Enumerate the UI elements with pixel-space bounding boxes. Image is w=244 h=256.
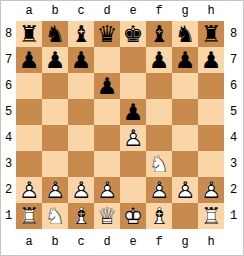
rank-label-left-7: 7 xyxy=(1,47,16,73)
rank-label-left-3: 3 xyxy=(1,151,16,177)
piece-glyph: ♟ xyxy=(94,73,120,99)
square-b5[interactable] xyxy=(42,99,68,125)
corner-bottom-left xyxy=(1,229,16,255)
square-b8[interactable]: ♞ xyxy=(42,21,68,47)
file-label-bottom-c: c xyxy=(68,229,94,255)
square-c1[interactable]: ♝♗ xyxy=(68,203,94,229)
square-h5[interactable] xyxy=(198,99,224,125)
file-label-bottom-a: a xyxy=(16,229,42,255)
square-g1[interactable] xyxy=(172,203,198,229)
white-pawn: ♟♙ xyxy=(172,177,198,203)
square-g6[interactable] xyxy=(172,73,198,99)
rank-label-right-8: 8 xyxy=(224,21,243,47)
black-knight: ♞ xyxy=(172,21,198,47)
square-h2[interactable]: ♟♙ xyxy=(198,177,224,203)
square-d4[interactable] xyxy=(94,125,120,151)
square-c8[interactable]: ♝ xyxy=(68,21,94,47)
black-pawn: ♟ xyxy=(198,47,224,73)
square-g5[interactable] xyxy=(172,99,198,125)
piece-glyph: ♝ xyxy=(68,21,94,47)
rank-label-right-3: 3 xyxy=(224,151,243,177)
file-label-top-h: h xyxy=(198,1,224,21)
file-label-top-a: a xyxy=(16,1,42,21)
file-label-bottom-e: e xyxy=(120,229,146,255)
piece-outline-glyph: ♙ xyxy=(198,177,224,203)
square-f5[interactable] xyxy=(146,99,172,125)
square-h1[interactable]: ♜♖ xyxy=(198,203,224,229)
square-a5[interactable] xyxy=(16,99,42,125)
corner-top-right xyxy=(224,1,243,21)
piece-outline-glyph: ♗ xyxy=(146,203,172,229)
file-label-top-d: d xyxy=(94,1,120,21)
piece-outline-glyph: ♘ xyxy=(146,151,172,177)
square-g8[interactable]: ♞ xyxy=(172,21,198,47)
rank-label-right-7: 7 xyxy=(224,47,243,73)
square-e5[interactable]: ♟ xyxy=(120,99,146,125)
piece-outline-glyph: ♗ xyxy=(68,203,94,229)
chessboard-diagram: abcdefgh8♜♞♝♛♚♝♞♜87♟♟♟♟♟♟76♟65♟54♟♙43♞♘3… xyxy=(0,0,244,256)
piece-glyph: ♚ xyxy=(120,21,146,47)
black-pawn: ♟ xyxy=(16,47,42,73)
square-b6[interactable] xyxy=(42,73,68,99)
piece-glyph: ♟ xyxy=(120,99,146,125)
black-pawn: ♟ xyxy=(94,73,120,99)
square-c7[interactable]: ♟ xyxy=(68,47,94,73)
rank-label-left-5: 5 xyxy=(1,99,16,125)
file-label-bottom-f: f xyxy=(146,229,172,255)
square-b4[interactable] xyxy=(42,125,68,151)
white-rook: ♜♖ xyxy=(16,203,42,229)
square-g3[interactable] xyxy=(172,151,198,177)
square-c4[interactable] xyxy=(68,125,94,151)
piece-glyph: ♟ xyxy=(68,47,94,73)
piece-glyph: ♜ xyxy=(198,21,224,47)
rank-label-right-1: 1 xyxy=(224,203,243,229)
rank-label-left-2: 2 xyxy=(1,177,16,203)
file-label-top-f: f xyxy=(146,1,172,21)
file-label-top-e: e xyxy=(120,1,146,21)
square-e7[interactable] xyxy=(120,47,146,73)
board: abcdefgh8♜♞♝♛♚♝♞♜87♟♟♟♟♟♟76♟65♟54♟♙43♞♘3… xyxy=(1,1,243,255)
square-a7[interactable]: ♟ xyxy=(16,47,42,73)
white-queen: ♛♕ xyxy=(94,203,120,229)
piece-outline-glyph: ♙ xyxy=(68,177,94,203)
piece-outline-glyph: ♘ xyxy=(42,203,68,229)
corner-bottom-right xyxy=(224,229,243,255)
rank-label-left-6: 6 xyxy=(1,73,16,99)
black-bishop: ♝ xyxy=(68,21,94,47)
piece-outline-glyph: ♙ xyxy=(146,177,172,203)
square-a4[interactable] xyxy=(16,125,42,151)
file-label-bottom-b: b xyxy=(42,229,68,255)
piece-outline-glyph: ♙ xyxy=(120,125,146,151)
file-label-bottom-d: d xyxy=(94,229,120,255)
square-d5[interactable] xyxy=(94,99,120,125)
piece-glyph: ♟ xyxy=(146,47,172,73)
square-f3[interactable]: ♞♘ xyxy=(146,151,172,177)
piece-glyph: ♞ xyxy=(172,21,198,47)
square-c6[interactable] xyxy=(68,73,94,99)
square-f8[interactable]: ♝ xyxy=(146,21,172,47)
piece-outline-glyph: ♙ xyxy=(16,177,42,203)
piece-outline-glyph: ♙ xyxy=(94,177,120,203)
square-f7[interactable]: ♟ xyxy=(146,47,172,73)
rank-label-right-2: 2 xyxy=(224,177,243,203)
rank-label-left-8: 8 xyxy=(1,21,16,47)
square-c2[interactable]: ♟♙ xyxy=(68,177,94,203)
rank-label-left-4: 4 xyxy=(1,125,16,151)
black-pawn: ♟ xyxy=(42,47,68,73)
white-bishop: ♝♗ xyxy=(68,203,94,229)
piece-outline-glyph: ♔ xyxy=(120,203,146,229)
square-e1[interactable]: ♚♔ xyxy=(120,203,146,229)
square-h6[interactable] xyxy=(198,73,224,99)
square-e4[interactable]: ♟♙ xyxy=(120,125,146,151)
square-a2[interactable]: ♟♙ xyxy=(16,177,42,203)
black-bishop: ♝ xyxy=(146,21,172,47)
white-pawn: ♟♙ xyxy=(42,177,68,203)
square-a3[interactable] xyxy=(16,151,42,177)
square-d1[interactable]: ♛♕ xyxy=(94,203,120,229)
square-b7[interactable]: ♟ xyxy=(42,47,68,73)
piece-glyph: ♟ xyxy=(42,47,68,73)
square-a1[interactable]: ♜♖ xyxy=(16,203,42,229)
rank-label-right-4: 4 xyxy=(224,125,243,151)
white-pawn: ♟♙ xyxy=(198,177,224,203)
white-pawn: ♟♙ xyxy=(16,177,42,203)
piece-glyph: ♛ xyxy=(94,21,120,47)
piece-outline-glyph: ♕ xyxy=(94,203,120,229)
black-pawn: ♟ xyxy=(120,99,146,125)
file-label-top-c: c xyxy=(68,1,94,21)
square-e2[interactable] xyxy=(120,177,146,203)
square-d7[interactable] xyxy=(94,47,120,73)
black-knight: ♞ xyxy=(42,21,68,47)
square-e3[interactable] xyxy=(120,151,146,177)
square-h7[interactable]: ♟ xyxy=(198,47,224,73)
file-label-bottom-g: g xyxy=(172,229,198,255)
black-pawn: ♟ xyxy=(146,47,172,73)
black-queen: ♛ xyxy=(94,21,120,47)
square-g2[interactable]: ♟♙ xyxy=(172,177,198,203)
white-pawn: ♟♙ xyxy=(68,177,94,203)
square-g7[interactable]: ♟ xyxy=(172,47,198,73)
file-label-top-b: b xyxy=(42,1,68,21)
piece-glyph: ♟ xyxy=(172,47,198,73)
square-e8[interactable]: ♚ xyxy=(120,21,146,47)
black-king: ♚ xyxy=(120,21,146,47)
piece-glyph: ♟ xyxy=(16,47,42,73)
square-f2[interactable]: ♟♙ xyxy=(146,177,172,203)
piece-outline-glyph: ♖ xyxy=(198,203,224,229)
black-rook: ♜ xyxy=(198,21,224,47)
square-d6[interactable]: ♟ xyxy=(94,73,120,99)
square-d3[interactable] xyxy=(94,151,120,177)
white-bishop: ♝♗ xyxy=(146,203,172,229)
square-c3[interactable] xyxy=(68,151,94,177)
rank-label-right-6: 6 xyxy=(224,73,243,99)
white-pawn: ♟♙ xyxy=(120,125,146,151)
square-c5[interactable] xyxy=(68,99,94,125)
piece-glyph: ♜ xyxy=(16,21,42,47)
piece-glyph: ♞ xyxy=(42,21,68,47)
square-b2[interactable]: ♟♙ xyxy=(42,177,68,203)
square-b3[interactable] xyxy=(42,151,68,177)
square-f1[interactable]: ♝♗ xyxy=(146,203,172,229)
white-rook: ♜♖ xyxy=(198,203,224,229)
white-king: ♚♔ xyxy=(120,203,146,229)
square-f6[interactable] xyxy=(146,73,172,99)
square-a8[interactable]: ♜ xyxy=(16,21,42,47)
square-h8[interactable]: ♜ xyxy=(198,21,224,47)
square-b1[interactable]: ♞♘ xyxy=(42,203,68,229)
black-pawn: ♟ xyxy=(172,47,198,73)
piece-outline-glyph: ♖ xyxy=(16,203,42,229)
white-knight: ♞♘ xyxy=(42,203,68,229)
piece-glyph: ♝ xyxy=(146,21,172,47)
piece-glyph: ♟ xyxy=(198,47,224,73)
square-e6[interactable] xyxy=(120,73,146,99)
square-a6[interactable] xyxy=(16,73,42,99)
square-d8[interactable]: ♛ xyxy=(94,21,120,47)
square-g4[interactable] xyxy=(172,125,198,151)
file-label-top-g: g xyxy=(172,1,198,21)
square-h4[interactable] xyxy=(198,125,224,151)
corner-top-left xyxy=(1,1,16,21)
white-pawn: ♟♙ xyxy=(146,177,172,203)
piece-outline-glyph: ♙ xyxy=(172,177,198,203)
rank-label-right-5: 5 xyxy=(224,99,243,125)
square-h3[interactable] xyxy=(198,151,224,177)
rank-label-left-1: 1 xyxy=(1,203,16,229)
white-knight: ♞♘ xyxy=(146,151,172,177)
white-pawn: ♟♙ xyxy=(94,177,120,203)
piece-outline-glyph: ♙ xyxy=(42,177,68,203)
square-d2[interactable]: ♟♙ xyxy=(94,177,120,203)
black-pawn: ♟ xyxy=(68,47,94,73)
black-rook: ♜ xyxy=(16,21,42,47)
file-label-bottom-h: h xyxy=(198,229,224,255)
square-f4[interactable] xyxy=(146,125,172,151)
